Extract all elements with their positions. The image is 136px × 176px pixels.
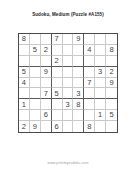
- cell-r4c7-empty[interactable]: [84, 67, 95, 78]
- cell-r1c9-empty[interactable]: [106, 34, 117, 45]
- cell-r5c7-given: 7: [84, 78, 95, 89]
- cell-r7c8-empty[interactable]: [95, 99, 106, 110]
- cell-r5c2-empty[interactable]: [30, 78, 41, 89]
- cell-r5c3-empty[interactable]: [41, 78, 52, 89]
- cell-r7c6-given: 8: [73, 99, 84, 110]
- cell-r6c9-empty[interactable]: [106, 88, 117, 99]
- footer-url: www.printmysudoku.com: [0, 161, 136, 165]
- cell-r6c4-given: 5: [52, 88, 63, 99]
- cell-r8c6-empty[interactable]: [73, 110, 84, 121]
- cell-r5c8-empty[interactable]: [95, 78, 106, 89]
- cell-r8c7-empty[interactable]: [84, 110, 95, 121]
- cell-r1c2-empty[interactable]: [30, 34, 41, 45]
- cell-r8c4-empty[interactable]: [52, 110, 63, 121]
- cell-r2c2-given: 5: [30, 45, 41, 56]
- cell-r4c1-given: 5: [19, 67, 30, 78]
- cell-r4c9-given: 2: [106, 67, 117, 78]
- cell-r2c9-given: 8: [106, 45, 117, 56]
- cell-r4c6-empty[interactable]: [73, 67, 84, 78]
- cell-r2c5-empty[interactable]: [63, 45, 74, 56]
- cell-r3c4-given: 2: [52, 56, 63, 67]
- page-title: Sudoku, Medium (Puzzle #A155): [0, 12, 136, 17]
- cell-r5c1-given: 4: [19, 78, 30, 89]
- cell-r1c5-empty[interactable]: [63, 34, 74, 45]
- cell-r3c1-empty[interactable]: [19, 56, 30, 67]
- cell-r9c1-given: 2: [19, 121, 30, 132]
- cell-r5c4-empty[interactable]: [52, 78, 63, 89]
- cell-r6c3-given: 7: [41, 88, 52, 99]
- cell-r8c9-given: 5: [106, 110, 117, 121]
- cell-r1c7-empty[interactable]: [84, 34, 95, 45]
- cell-r9c7-given: 8: [84, 121, 95, 132]
- sudoku-board: 8795248259324797531386152968: [18, 33, 118, 133]
- printable-sheet: Sudoku, Medium (Puzzle #A155) 8795248259…: [0, 0, 136, 176]
- cell-r7c3-empty[interactable]: [41, 99, 52, 110]
- cell-r3c6-empty[interactable]: [73, 56, 84, 67]
- cell-r1c4-given: 7: [52, 34, 63, 45]
- cell-r3c9-empty[interactable]: [106, 56, 117, 67]
- cell-r6c1-empty[interactable]: [19, 88, 30, 99]
- cell-r3c7-empty[interactable]: [84, 56, 95, 67]
- cell-r1c8-empty[interactable]: [95, 34, 106, 45]
- cell-r7c4-empty[interactable]: [52, 99, 63, 110]
- cell-r9c3-empty[interactable]: [41, 121, 52, 132]
- cell-r4c4-empty[interactable]: [52, 67, 63, 78]
- cell-r2c6-empty[interactable]: [73, 45, 84, 56]
- cell-r6c2-empty[interactable]: [30, 88, 41, 99]
- cell-r9c6-empty[interactable]: [73, 121, 84, 132]
- cell-r3c2-empty[interactable]: [30, 56, 41, 67]
- cell-r9c8-empty[interactable]: [95, 121, 106, 132]
- cell-r2c7-given: 4: [84, 45, 95, 56]
- cell-r5c5-empty[interactable]: [63, 78, 74, 89]
- cell-r8c1-empty[interactable]: [19, 110, 30, 121]
- cell-r9c4-given: 6: [52, 121, 63, 132]
- cell-r6c7-empty[interactable]: [84, 88, 95, 99]
- cell-r1c3-empty[interactable]: [41, 34, 52, 45]
- cell-r6c5-empty[interactable]: [63, 88, 74, 99]
- cell-r5c6-empty[interactable]: [73, 78, 84, 89]
- cell-r3c8-empty[interactable]: [95, 56, 106, 67]
- cell-r7c5-given: 3: [63, 99, 74, 110]
- cell-r2c4-empty[interactable]: [52, 45, 63, 56]
- cell-r9c9-empty[interactable]: [106, 121, 117, 132]
- cell-r8c8-given: 1: [95, 110, 106, 121]
- cell-r6c6-given: 3: [73, 88, 84, 99]
- cell-r2c8-empty[interactable]: [95, 45, 106, 56]
- cell-r7c9-empty[interactable]: [106, 99, 117, 110]
- cell-r9c5-empty[interactable]: [63, 121, 74, 132]
- cell-r3c5-empty[interactable]: [63, 56, 74, 67]
- cell-r8c3-given: 6: [41, 110, 52, 121]
- cell-r1c6-given: 9: [73, 34, 84, 45]
- cell-r8c5-empty[interactable]: [63, 110, 74, 121]
- cell-r4c8-given: 3: [95, 67, 106, 78]
- cell-r8c2-empty[interactable]: [30, 110, 41, 121]
- cell-r6c8-empty[interactable]: [95, 88, 106, 99]
- cell-r5c9-given: 9: [106, 78, 117, 89]
- cell-r9c2-given: 9: [30, 121, 41, 132]
- cell-r4c2-empty[interactable]: [30, 67, 41, 78]
- cell-r3c3-empty[interactable]: [41, 56, 52, 67]
- cell-r7c1-given: 1: [19, 99, 30, 110]
- cell-r2c3-given: 2: [41, 45, 52, 56]
- cell-r4c5-empty[interactable]: [63, 67, 74, 78]
- cell-r1c1-given: 8: [19, 34, 30, 45]
- cell-r2c1-empty[interactable]: [19, 45, 30, 56]
- cell-r7c2-empty[interactable]: [30, 99, 41, 110]
- cell-r7c7-empty[interactable]: [84, 99, 95, 110]
- cell-r4c3-given: 9: [41, 67, 52, 78]
